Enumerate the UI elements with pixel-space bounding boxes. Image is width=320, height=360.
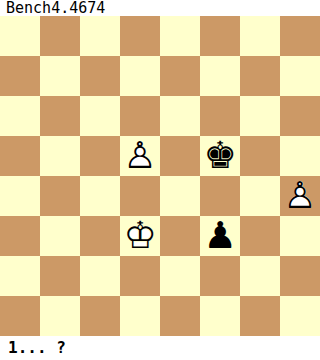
square-g6[interactable]: [240, 96, 280, 136]
square-f1[interactable]: [200, 296, 240, 336]
square-f6[interactable]: [200, 96, 240, 136]
square-d4[interactable]: [120, 176, 160, 216]
square-a1[interactable]: [0, 296, 40, 336]
square-d5[interactable]: ♟♙: [120, 136, 160, 176]
square-f7[interactable]: [200, 56, 240, 96]
black-king[interactable]: ♚: [200, 136, 240, 176]
square-a4[interactable]: [0, 176, 40, 216]
square-h8[interactable]: [280, 16, 320, 56]
square-e2[interactable]: [160, 256, 200, 296]
square-b7[interactable]: [40, 56, 80, 96]
square-g3[interactable]: [240, 216, 280, 256]
square-h7[interactable]: [280, 56, 320, 96]
move-prompt: 1... ?: [0, 336, 320, 360]
square-h3[interactable]: [280, 216, 320, 256]
square-c6[interactable]: [80, 96, 120, 136]
white-pawn[interactable]: ♟♙: [120, 136, 160, 176]
square-a6[interactable]: [0, 96, 40, 136]
square-c4[interactable]: [80, 176, 120, 216]
square-e7[interactable]: [160, 56, 200, 96]
square-a5[interactable]: [0, 136, 40, 176]
white-pawn[interactable]: ♟♙: [280, 176, 320, 216]
piece-outline: ♙: [280, 176, 320, 216]
square-f8[interactable]: [200, 16, 240, 56]
square-c2[interactable]: [80, 256, 120, 296]
chess-board[interactable]: ♟♙♚♟♙♚♔♟: [0, 16, 320, 336]
square-a7[interactable]: [0, 56, 40, 96]
square-b4[interactable]: [40, 176, 80, 216]
white-king[interactable]: ♚♔: [120, 216, 160, 256]
square-b1[interactable]: [40, 296, 80, 336]
square-h4[interactable]: ♟♙: [280, 176, 320, 216]
square-d8[interactable]: [120, 16, 160, 56]
square-g7[interactable]: [240, 56, 280, 96]
square-g2[interactable]: [240, 256, 280, 296]
square-b3[interactable]: [40, 216, 80, 256]
square-b6[interactable]: [40, 96, 80, 136]
square-f5[interactable]: ♚: [200, 136, 240, 176]
square-h6[interactable]: [280, 96, 320, 136]
square-e3[interactable]: [160, 216, 200, 256]
square-h2[interactable]: [280, 256, 320, 296]
square-g1[interactable]: [240, 296, 280, 336]
square-d7[interactable]: [120, 56, 160, 96]
square-e8[interactable]: [160, 16, 200, 56]
square-c1[interactable]: [80, 296, 120, 336]
square-g4[interactable]: [240, 176, 280, 216]
square-c8[interactable]: [80, 16, 120, 56]
square-c3[interactable]: [80, 216, 120, 256]
window-title: Bench4.4674: [0, 0, 320, 16]
square-a2[interactable]: [0, 256, 40, 296]
square-c7[interactable]: [80, 56, 120, 96]
square-b2[interactable]: [40, 256, 80, 296]
square-h1[interactable]: [280, 296, 320, 336]
square-g5[interactable]: [240, 136, 280, 176]
square-e4[interactable]: [160, 176, 200, 216]
square-c5[interactable]: [80, 136, 120, 176]
square-f2[interactable]: [200, 256, 240, 296]
square-e6[interactable]: [160, 96, 200, 136]
square-g8[interactable]: [240, 16, 280, 56]
chess-app-window: Bench4.4674 ♟♙♚♟♙♚♔♟ 1... ?: [0, 0, 320, 360]
black-pawn[interactable]: ♟: [200, 216, 240, 256]
square-a3[interactable]: [0, 216, 40, 256]
piece-outline: ♔: [120, 216, 160, 256]
square-a8[interactable]: [0, 16, 40, 56]
square-d6[interactable]: [120, 96, 160, 136]
square-f4[interactable]: [200, 176, 240, 216]
square-e5[interactable]: [160, 136, 200, 176]
square-d1[interactable]: [120, 296, 160, 336]
square-b5[interactable]: [40, 136, 80, 176]
square-h5[interactable]: [280, 136, 320, 176]
piece-outline: ♙: [120, 136, 160, 176]
square-e1[interactable]: [160, 296, 200, 336]
square-b8[interactable]: [40, 16, 80, 56]
square-d2[interactable]: [120, 256, 160, 296]
square-d3[interactable]: ♚♔: [120, 216, 160, 256]
square-f3[interactable]: ♟: [200, 216, 240, 256]
